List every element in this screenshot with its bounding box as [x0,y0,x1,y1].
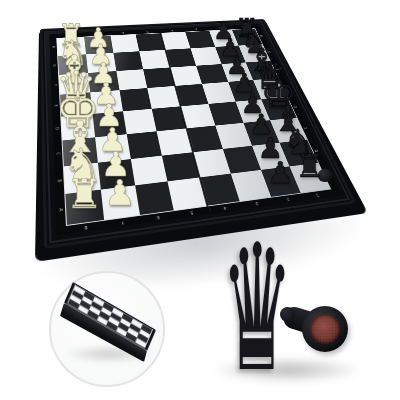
square [110,35,139,53]
square [61,114,95,140]
felt-pad [310,314,340,344]
square [119,88,152,111]
square [86,53,116,73]
square [98,159,135,190]
square [123,109,157,134]
square [90,90,123,114]
product-photo: 87654321 87654321 HGFEDCBA HGFEDCBA ♜♞♝♛… [0,0,400,400]
coordinate-label: 1 [309,192,327,198]
square [126,131,162,159]
square [62,137,97,166]
board-surface: 87654321 87654321 HGFEDCBA HGFEDCBA [49,24,342,235]
coordinate-label: 5 [182,209,201,216]
square [95,134,130,162]
square [101,186,140,220]
square [84,36,113,54]
coordinate-label: 2 [278,196,296,202]
square [58,54,88,74]
black-queen-closeup-piece: ♛ [221,221,293,396]
square [92,111,126,137]
square [65,190,104,225]
clasp-latch [318,169,332,182]
coordinate-label: 6 [148,214,168,221]
board-grid [56,28,331,226]
square [113,51,143,71]
coordinate-label: 3 [247,200,266,206]
square [57,37,86,56]
square [116,69,148,90]
square [59,73,90,95]
magnetic-base [302,306,348,352]
square [60,93,92,117]
square [88,71,119,93]
coordinate-label: 7 [112,219,132,226]
coordinate-label: 8 [76,224,97,231]
